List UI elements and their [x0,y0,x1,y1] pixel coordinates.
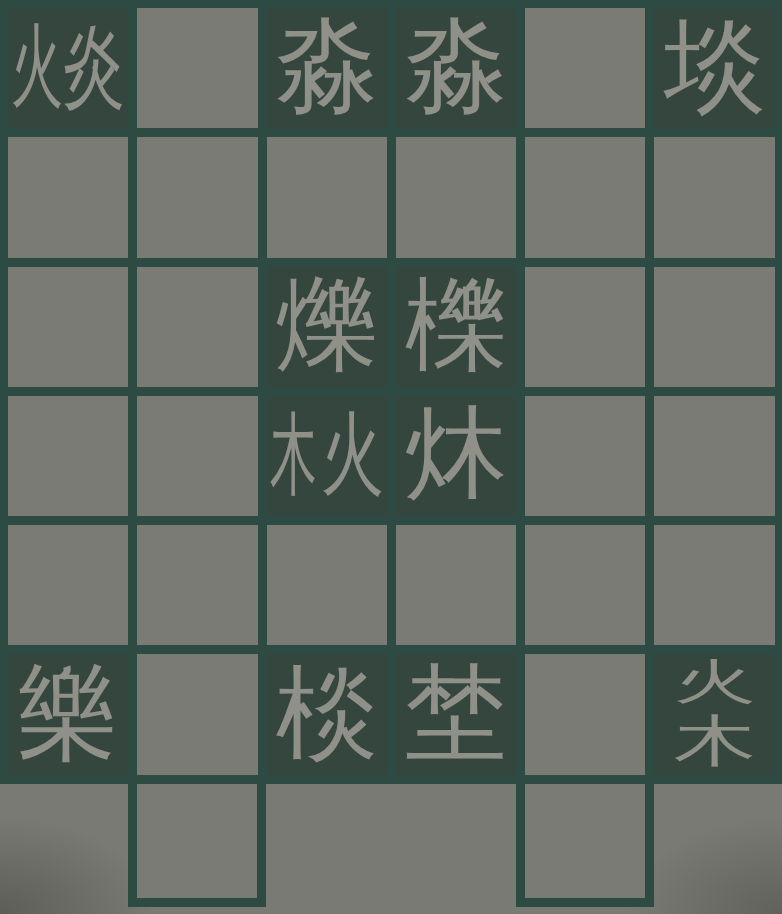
glyph-part-1: 火 [11,21,63,111]
tile-r2c3-facedown[interactable] [267,137,387,257]
tile-r3c4-faceup[interactable]: 櫟 [396,267,516,387]
tile-r5c3-facedown[interactable] [267,525,387,645]
hanzi-glyph: 櫟 [405,274,507,376]
hanzi-glyph: 爍 [276,274,378,376]
tile-r5c6-facedown[interactable] [654,525,774,645]
tile-r1c3-faceup[interactable]: 淼 [267,8,387,128]
tile-r5c5-facedown[interactable] [525,525,645,645]
tile-r2c2-facedown[interactable] [137,137,257,257]
tile-r3c6-facedown[interactable] [654,267,774,387]
tile-r1c5-facedown[interactable] [525,8,645,128]
tile-r6c4-faceup[interactable]: 埜 [396,654,516,774]
hanzi-glyph-composed: 火炎 [8,8,128,128]
tile-r2c6-facedown[interactable] [654,137,774,257]
glyph-part-1: 火 [674,658,756,706]
hanzi-glyph: 炑 [405,403,507,505]
tile-r6c5-facedown[interactable] [525,654,645,774]
tile-r4c6-facedown[interactable] [654,396,774,516]
hanzi-glyph-composed: 木火 [267,396,387,516]
hanzi-glyph-composed: 火木 [654,654,774,774]
hanzi-glyph: 樂 [17,662,119,764]
tile-r6c1-faceup[interactable]: 樂 [8,654,128,774]
hanzi-glyph: 淼 [276,15,378,117]
board-grid: 火炎淼淼埮爍櫟木火炑樂棪埜火木 [0,0,782,783]
tile-r1c6-faceup[interactable]: 埮 [654,8,774,128]
tile-r5c4-facedown[interactable] [396,525,516,645]
tile-r3c1-facedown[interactable] [8,267,128,387]
tile-r1c4-faceup[interactable]: 淼 [396,8,516,128]
tile-r5c1-facedown[interactable] [8,525,128,645]
tile-r3c3-faceup[interactable]: 爍 [267,267,387,387]
tile-r2c5-facedown[interactable] [525,137,645,257]
tile-r6c2-facedown[interactable] [137,654,257,774]
glyph-part-2: 火 [321,409,384,499]
hanzi-glyph: 埜 [405,662,507,764]
tile-r3c5-facedown[interactable] [525,267,645,387]
hanzi-glyph: 埮 [664,15,766,117]
tile-r1c1-faceup[interactable]: 火炎 [8,8,128,128]
tile-r5c2-facedown[interactable] [137,525,257,645]
tile-r4c3-faceup[interactable]: 木火 [267,396,387,516]
tile-r4c2-facedown[interactable] [137,396,257,516]
tile-r7c5[interactable] [516,775,654,907]
glyph-part-1: 木 [270,409,317,499]
hanzi-glyph: 淼 [405,15,507,117]
glyph-part-2: 炎 [62,21,125,111]
glyph-part-2: 木 [674,713,756,769]
tile-r6c6-faceup[interactable]: 火木 [654,654,774,774]
tile-r3c2-facedown[interactable] [137,267,257,387]
app-screen: 火炎淼淼埮爍櫟木火炑樂棪埜火木 [0,0,782,914]
tile-r2c4-facedown[interactable] [396,137,516,257]
tile-r4c5-facedown[interactable] [525,396,645,516]
tile-r4c4-faceup[interactable]: 炑 [396,396,516,516]
tile-r7c2[interactable] [128,775,266,907]
tile-r1c2-facedown[interactable] [137,8,257,128]
hanzi-glyph: 棪 [276,662,378,764]
tile-r4c1-facedown[interactable] [8,396,128,516]
tile-r2c1-facedown[interactable] [8,137,128,257]
tile-r6c3-faceup[interactable]: 棪 [267,654,387,774]
puzzle-board: 火炎淼淼埮爍櫟木火炑樂棪埜火木 [0,0,782,784]
